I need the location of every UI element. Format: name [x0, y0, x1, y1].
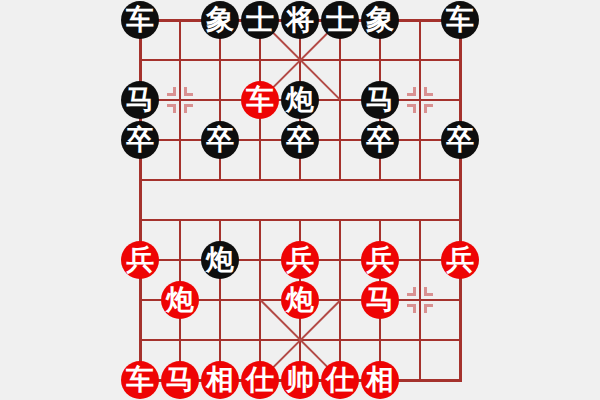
- piece-red-soldier[interactable]: 兵: [441, 241, 479, 279]
- piece-red-horse[interactable]: 马: [161, 361, 199, 399]
- piece-red-cannon[interactable]: 炮: [161, 281, 199, 319]
- piece-black-soldier[interactable]: 卒: [281, 121, 319, 159]
- piece-red-horse[interactable]: 马: [361, 281, 399, 319]
- position-marker-corner: [407, 304, 416, 313]
- position-marker-corner: [424, 87, 433, 96]
- piece-black-cannon[interactable]: 炮: [281, 81, 319, 119]
- position-marker-corner: [407, 87, 416, 96]
- piece-black-horse[interactable]: 马: [121, 81, 159, 119]
- position-marker: [167, 87, 193, 113]
- piece-black-general[interactable]: 将: [281, 1, 319, 39]
- piece-black-advisor[interactable]: 士: [241, 1, 279, 39]
- piece-black-soldier[interactable]: 卒: [441, 121, 479, 159]
- board-border: [459, 19, 462, 382]
- piece-black-cannon[interactable]: 炮: [201, 241, 239, 279]
- position-marker-corner: [407, 287, 416, 296]
- position-marker-corner: [184, 87, 193, 96]
- position-marker-corner: [407, 104, 416, 113]
- position-marker: [407, 287, 433, 313]
- position-marker-corner: [184, 104, 193, 113]
- position-marker: [407, 87, 433, 113]
- position-marker-corner: [424, 304, 433, 313]
- piece-black-elephant[interactable]: 象: [201, 1, 239, 39]
- piece-black-soldier[interactable]: 卒: [121, 121, 159, 159]
- board-border: [139, 19, 142, 382]
- piece-red-soldier[interactable]: 兵: [121, 241, 159, 279]
- piece-black-chariot[interactable]: 车: [121, 1, 159, 39]
- piece-red-advisor[interactable]: 仕: [241, 361, 279, 399]
- piece-red-chariot[interactable]: 车: [241, 81, 279, 119]
- position-marker-corner: [167, 87, 176, 96]
- piece-red-elephant[interactable]: 相: [201, 361, 239, 399]
- piece-black-elephant[interactable]: 象: [361, 1, 399, 39]
- position-marker-corner: [167, 104, 176, 113]
- piece-red-chariot[interactable]: 车: [121, 361, 159, 399]
- position-marker-corner: [424, 104, 433, 113]
- piece-black-soldier[interactable]: 卒: [361, 121, 399, 159]
- piece-black-soldier[interactable]: 卒: [201, 121, 239, 159]
- position-marker-corner: [424, 287, 433, 296]
- piece-red-general[interactable]: 帅: [281, 361, 319, 399]
- piece-red-advisor[interactable]: 仕: [321, 361, 359, 399]
- piece-red-elephant[interactable]: 相: [361, 361, 399, 399]
- piece-red-soldier[interactable]: 兵: [281, 241, 319, 279]
- xiangqi-board[interactable]: 车象士将士象车马车炮马卒卒卒卒卒兵炮兵兵兵炮炮马车马相仕帅仕相: [0, 0, 600, 400]
- piece-red-soldier[interactable]: 兵: [361, 241, 399, 279]
- piece-black-advisor[interactable]: 士: [321, 1, 359, 39]
- xiangqi-screen: 车象士将士象车马车炮马卒卒卒卒卒兵炮兵兵兵炮炮马车马相仕帅仕相: [0, 0, 600, 400]
- piece-black-horse[interactable]: 马: [361, 81, 399, 119]
- piece-black-chariot[interactable]: 车: [441, 1, 479, 39]
- piece-red-cannon[interactable]: 炮: [281, 281, 319, 319]
